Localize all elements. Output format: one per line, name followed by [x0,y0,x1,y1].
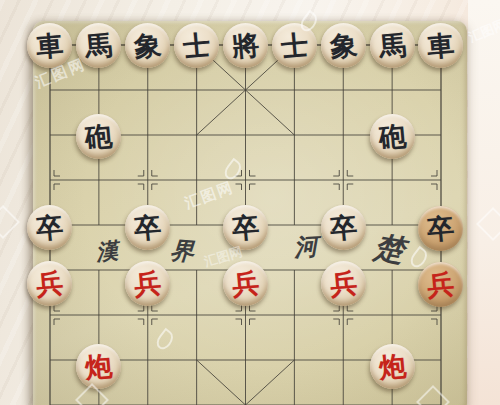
piece-red-soldier-c[interactable]: 兵 [125,261,170,306]
piece-black-advisor-left[interactable]: 士 [174,23,219,68]
piece-black-soldier-i[interactable]: 卒 [418,206,463,251]
black-soldier-glyph: 卒 [133,212,162,241]
black-elephant-glyph: 象 [133,30,162,59]
piece-red-soldier-a[interactable]: 兵 [27,261,72,306]
red-soldier-glyph: 兵 [133,268,162,297]
piece-red-cannon-left[interactable]: 炮 [76,344,121,389]
black-soldier-glyph: 卒 [231,212,260,241]
piece-black-soldier-c[interactable]: 卒 [125,205,170,250]
black-cannon-glyph: 砲 [84,121,113,150]
red-soldier-glyph: 兵 [231,268,260,297]
red-soldier-glyph: 兵 [426,269,455,298]
black-advisor-glyph: 士 [182,30,211,59]
piece-black-chariot-right[interactable]: 車 [418,23,463,68]
piece-black-soldier-g[interactable]: 卒 [321,205,366,250]
black-advisor-glyph: 士 [280,30,309,59]
red-soldier-glyph: 兵 [35,268,64,297]
piece-black-general[interactable]: 將 [223,23,268,68]
red-soldier-glyph: 兵 [329,268,358,297]
piece-red-cannon-right[interactable]: 炮 [370,344,415,389]
black-soldier-glyph: 卒 [35,212,64,241]
piece-black-chariot-left[interactable]: 車 [27,23,72,68]
piece-black-elephant-right[interactable]: 象 [321,23,366,68]
piece-black-soldier-e[interactable]: 卒 [223,205,268,250]
red-cannon-glyph: 炮 [377,351,406,380]
black-chariot-glyph: 車 [426,30,455,59]
black-soldier-glyph: 卒 [426,213,455,242]
piece-black-cannon-right[interactable]: 砲 [370,114,415,159]
red-cannon-glyph: 炮 [84,351,113,380]
black-elephant-glyph: 象 [329,30,358,59]
black-cannon-glyph: 砲 [377,121,406,150]
table-wood-right [468,0,500,405]
piece-red-soldier-i[interactable]: 兵 [418,262,463,307]
piece-black-horse-right[interactable]: 馬 [370,23,415,68]
black-soldier-glyph: 卒 [329,212,358,241]
pieces-layer: 車馬象士將士象馬車砲砲卒卒卒卒卒兵兵兵兵兵炮炮 [26,23,466,405]
black-horse-glyph: 馬 [377,30,406,59]
piece-red-soldier-g[interactable]: 兵 [321,261,366,306]
black-horse-glyph: 馬 [84,30,113,59]
piece-black-elephant-left[interactable]: 象 [125,23,170,68]
piece-black-soldier-a[interactable]: 卒 [27,205,72,250]
piece-black-advisor-right[interactable]: 士 [272,23,317,68]
piece-red-soldier-e[interactable]: 兵 [223,261,268,306]
piece-black-cannon-left[interactable]: 砲 [76,114,121,159]
xiangqi-photo-stage: 漢 界 河 楚 車馬象士將士象馬車砲砲卒卒卒卒卒兵兵兵兵兵炮炮 汇图网汇图网汇图… [0,0,500,405]
black-general-glyph: 將 [231,30,260,59]
piece-black-horse-left[interactable]: 馬 [76,23,121,68]
black-chariot-glyph: 車 [35,30,64,59]
